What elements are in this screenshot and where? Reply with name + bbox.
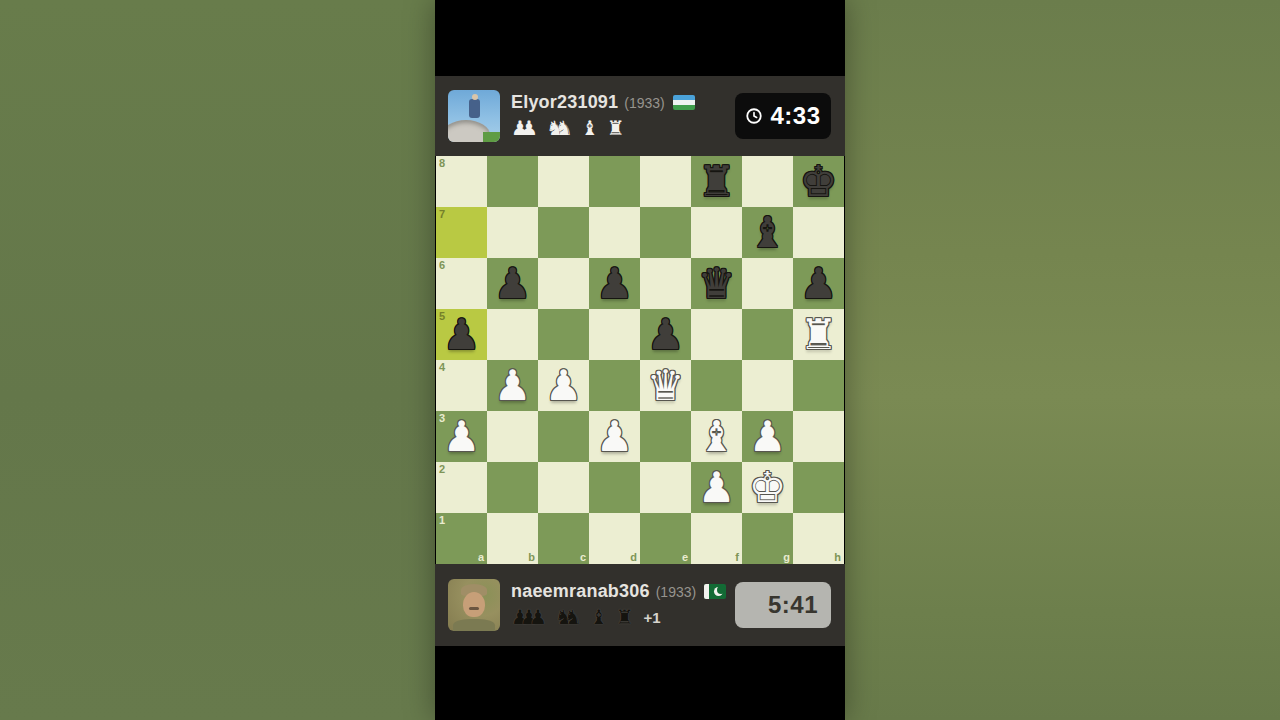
square-e3[interactable] (640, 411, 691, 462)
square-h7[interactable] (793, 207, 844, 258)
file-label-e: e (682, 551, 688, 563)
piece-black-queen: ♛ (698, 258, 736, 309)
rank-label-3: 3 (439, 412, 445, 424)
square-h3[interactable] (793, 411, 844, 462)
piece-black-pawn: ♟ (596, 258, 634, 309)
bottom-player-info: naeemranab306 (1933) ♟♟♟♞♞♝♜ +1 (511, 581, 726, 629)
square-e2[interactable] (640, 462, 691, 513)
square-f3[interactable]: ♝ (691, 411, 742, 462)
file-label-a: a (478, 551, 484, 563)
avatar-face-art (463, 592, 485, 617)
square-g7[interactable]: ♝ (742, 207, 793, 258)
captured-black-bishop-group: ♝ (590, 606, 608, 628)
square-d7[interactable] (589, 207, 640, 258)
square-c1[interactable]: c (538, 513, 589, 564)
captured-black-knight-group: ♞♞ (555, 606, 582, 628)
square-a1[interactable]: 1a (436, 513, 487, 564)
square-g8[interactable] (742, 156, 793, 207)
piece-black-bishop: ♝ (749, 207, 787, 258)
square-h4[interactable] (793, 360, 844, 411)
captured-rook-icon: ♜ (607, 117, 625, 139)
square-b3[interactable] (487, 411, 538, 462)
square-c3[interactable] (538, 411, 589, 462)
square-a3[interactable]: 3♟ (436, 411, 487, 462)
square-g2[interactable]: ♚ (742, 462, 793, 513)
top-player-info: Elyor231091 (1933) ♟♟♞♞♝♜ (511, 92, 695, 140)
bottom-player-clock: 5:41 (735, 582, 831, 628)
top-player-name[interactable]: Elyor231091 (511, 92, 618, 113)
square-f5[interactable] (691, 309, 742, 360)
square-f8[interactable]: ♜ (691, 156, 742, 207)
captured-black-rook-group: ♜ (616, 606, 634, 628)
file-label-c: c (580, 551, 586, 563)
piece-white-pawn: ♟ (494, 360, 532, 411)
piece-white-pawn: ♟ (596, 411, 634, 462)
avatar-mustache-art (469, 607, 479, 610)
square-g5[interactable] (742, 309, 793, 360)
square-b4[interactable]: ♟ (487, 360, 538, 411)
square-d3[interactable]: ♟ (589, 411, 640, 462)
captured-black-pawn-group: ♟♟♟ (511, 606, 547, 628)
rank-label-6: 6 (439, 259, 445, 271)
square-h5[interactable]: ♜ (793, 309, 844, 360)
top-captured-pieces: ♟♟♞♞♝♜ (511, 116, 695, 140)
piece-white-pawn: ♟ (545, 360, 583, 411)
square-e5[interactable]: ♟ (640, 309, 691, 360)
square-f2[interactable]: ♟ (691, 462, 742, 513)
uzbekistan-flag-icon (673, 95, 695, 110)
square-b6[interactable]: ♟ (487, 258, 538, 309)
piece-black-pawn: ♟ (494, 258, 532, 309)
square-h1[interactable]: h (793, 513, 844, 564)
square-h6[interactable]: ♟ (793, 258, 844, 309)
square-c6[interactable] (538, 258, 589, 309)
file-label-f: f (735, 551, 739, 563)
rank-label-2: 2 (439, 463, 445, 475)
file-label-d: d (630, 551, 637, 563)
file-label-g: g (783, 551, 790, 563)
bottom-captured-pieces: ♟♟♟♞♞♝♜ (511, 605, 642, 629)
captured-white-rook-group: ♜ (607, 117, 625, 139)
chess-board: 8♜♚7♝6♟♟♛♟5♟♟♜4♟♟♛3♟♟♝♟2♟♚1abcdefgh (436, 156, 844, 564)
rank-label-5: 5 (439, 310, 445, 322)
square-f4[interactable] (691, 360, 742, 411)
piece-white-pawn: ♟ (698, 462, 736, 513)
square-b7[interactable] (487, 207, 538, 258)
top-player-name-row: Elyor231091 (1933) (511, 92, 695, 113)
avatar-body-art (453, 619, 495, 631)
square-d4[interactable] (589, 360, 640, 411)
square-e6[interactable] (640, 258, 691, 309)
piece-white-pawn: ♟ (443, 411, 481, 462)
square-e8[interactable] (640, 156, 691, 207)
piece-white-queen: ♛ (647, 360, 685, 411)
clock-icon (745, 107, 763, 125)
piece-white-rook: ♜ (800, 309, 838, 360)
square-f6[interactable]: ♛ (691, 258, 742, 309)
square-f1[interactable]: f (691, 513, 742, 564)
piece-black-pawn: ♟ (800, 258, 838, 309)
captured-bishop-icon: ♝ (590, 606, 608, 628)
square-a2[interactable]: 2 (436, 462, 487, 513)
square-d5[interactable] (589, 309, 640, 360)
captured-knight-icon: ♞ (555, 117, 573, 139)
square-d1[interactable]: d (589, 513, 640, 564)
captured-pawn-icon: ♟ (529, 606, 547, 628)
bottom-captured-row: ♟♟♟♞♞♝♜ +1 (511, 605, 726, 629)
square-g6[interactable] (742, 258, 793, 309)
file-label-h: h (834, 551, 841, 563)
square-d2[interactable] (589, 462, 640, 513)
top-player-rating: (1933) (624, 95, 664, 111)
captured-pawn-icon: ♟ (520, 117, 538, 139)
captured-white-knight-group: ♞♞ (546, 117, 573, 139)
square-c4[interactable]: ♟ (538, 360, 589, 411)
top-letterbox (435, 0, 845, 76)
square-e7[interactable] (640, 207, 691, 258)
avatar-grass-art (483, 132, 500, 142)
square-g1[interactable]: g (742, 513, 793, 564)
pakistan-flag-icon (704, 584, 726, 599)
avatar-person-head-art (472, 94, 478, 100)
top-player-bar: Elyor231091 (1933) ♟♟♞♞♝♜ 4:33 (435, 76, 845, 156)
bottom-clock-time: 5:41 (768, 591, 818, 619)
square-d8[interactable] (589, 156, 640, 207)
bottom-player-avatar[interactable] (448, 579, 500, 631)
top-player-clock: 4:33 (735, 93, 831, 139)
piece-white-bishop: ♝ (698, 411, 736, 462)
square-d6[interactable]: ♟ (589, 258, 640, 309)
square-a7[interactable]: 7 (436, 207, 487, 258)
square-h8[interactable]: ♚ (793, 156, 844, 207)
avatar-person-art (469, 99, 480, 118)
square-c5[interactable] (538, 309, 589, 360)
square-b2[interactable] (487, 462, 538, 513)
top-clock-time: 4:33 (770, 102, 820, 130)
square-b5[interactable] (487, 309, 538, 360)
square-e1[interactable]: e (640, 513, 691, 564)
square-a6[interactable]: 6 (436, 258, 487, 309)
bottom-player-name-row: naeemranab306 (1933) (511, 581, 726, 602)
material-advantage-badge: +1 (644, 609, 661, 626)
rank-label-4: 4 (439, 361, 445, 373)
square-c7[interactable] (538, 207, 589, 258)
rank-label-1: 1 (439, 514, 445, 526)
rank-label-7: 7 (439, 208, 445, 220)
top-player-avatar[interactable] (448, 90, 500, 142)
square-a5[interactable]: 5♟ (436, 309, 487, 360)
game-screen: Elyor231091 (1933) ♟♟♞♞♝♜ 4:33 8♜♚7♝6♟♟♛… (435, 0, 845, 720)
square-a8[interactable]: 8 (436, 156, 487, 207)
square-g3[interactable]: ♟ (742, 411, 793, 462)
captured-knight-icon: ♞ (564, 606, 582, 628)
rank-label-8: 8 (439, 157, 445, 169)
blurred-video-background: Elyor231091 (1933) ♟♟♞♞♝♜ 4:33 8♜♚7♝6♟♟♛… (0, 0, 1280, 720)
square-e4[interactable]: ♛ (640, 360, 691, 411)
piece-black-pawn: ♟ (647, 309, 685, 360)
captured-bishop-icon: ♝ (581, 117, 599, 139)
square-b8[interactable] (487, 156, 538, 207)
square-b1[interactable]: b (487, 513, 538, 564)
square-c2[interactable] (538, 462, 589, 513)
bottom-player-name[interactable]: naeemranab306 (511, 581, 650, 602)
square-a4[interactable]: 4 (436, 360, 487, 411)
bottom-player-rating: (1933) (656, 584, 696, 600)
square-c8[interactable] (538, 156, 589, 207)
captured-white-bishop-group: ♝ (581, 117, 599, 139)
file-label-b: b (528, 551, 535, 563)
square-h2[interactable] (793, 462, 844, 513)
captured-rook-icon: ♜ (616, 606, 634, 628)
piece-white-king: ♚ (749, 462, 787, 513)
piece-black-king: ♚ (800, 156, 838, 207)
square-g4[interactable] (742, 360, 793, 411)
bottom-letterbox (435, 646, 845, 720)
captured-white-pawn-group: ♟♟ (511, 117, 538, 139)
piece-black-pawn: ♟ (443, 309, 481, 360)
bottom-player-bar: naeemranab306 (1933) ♟♟♟♞♞♝♜ +1 5:41 (435, 564, 845, 646)
piece-white-pawn: ♟ (749, 411, 787, 462)
piece-black-rook: ♜ (698, 156, 736, 207)
square-f7[interactable] (691, 207, 742, 258)
